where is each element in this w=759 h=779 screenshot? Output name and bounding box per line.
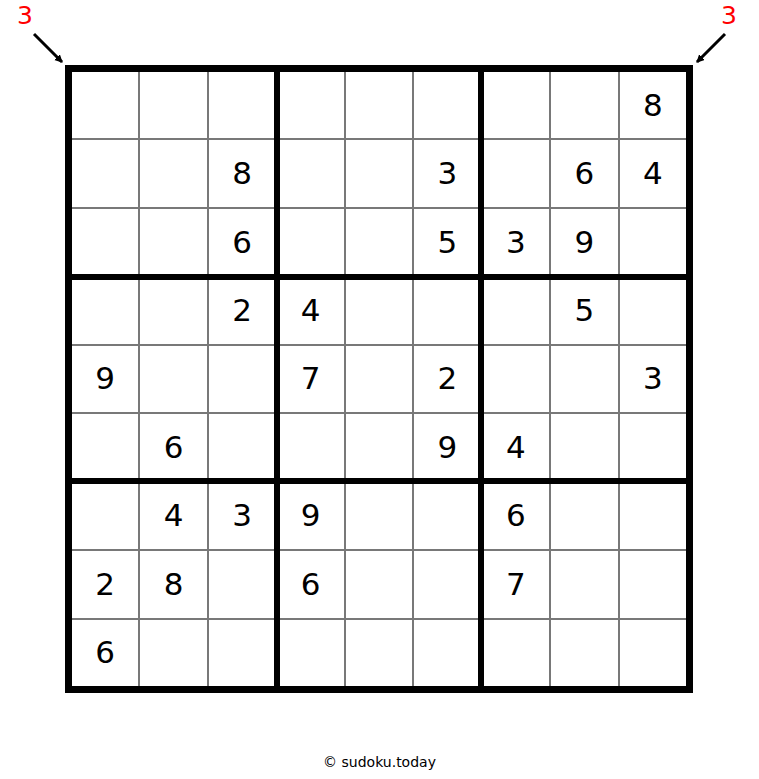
cell-r2c8[interactable]: 6 <box>551 140 617 206</box>
sudoku-grid: 8836465392459723694439628676 <box>72 72 686 686</box>
sudoku-page: 3 3 8836465392459723694439628676 © sudok… <box>0 0 759 779</box>
cell-r7c6[interactable] <box>414 483 480 549</box>
cell-r4c5[interactable] <box>346 277 412 343</box>
cell-r6c2[interactable]: 6 <box>140 414 206 480</box>
site-credit: © sudoku.today <box>0 754 759 770</box>
cell-r7c1[interactable] <box>72 483 138 549</box>
cell-r2c7[interactable] <box>483 140 549 206</box>
cell-r4c3[interactable]: 2 <box>209 277 275 343</box>
cell-r8c1[interactable]: 2 <box>72 551 138 617</box>
cell-r9c8[interactable] <box>551 620 617 686</box>
cell-r5c1[interactable]: 9 <box>72 346 138 412</box>
cell-r2c9[interactable]: 4 <box>620 140 686 206</box>
cell-r5c6[interactable]: 2 <box>414 346 480 412</box>
cell-r2c3[interactable]: 8 <box>209 140 275 206</box>
cell-r9c3[interactable] <box>209 620 275 686</box>
cell-r2c2[interactable] <box>140 140 206 206</box>
cell-r8c2[interactable]: 8 <box>140 551 206 617</box>
cell-r1c7[interactable] <box>483 72 549 138</box>
cell-r8c7[interactable]: 7 <box>483 551 549 617</box>
cell-r6c7[interactable]: 4 <box>483 414 549 480</box>
cell-r3c4[interactable] <box>277 209 343 275</box>
cell-r7c3[interactable]: 3 <box>209 483 275 549</box>
cell-r1c4[interactable] <box>277 72 343 138</box>
cell-r3c3[interactable]: 6 <box>209 209 275 275</box>
cell-r4c6[interactable] <box>414 277 480 343</box>
cell-r5c7[interactable] <box>483 346 549 412</box>
cell-r3c7[interactable]: 3 <box>483 209 549 275</box>
sudoku-board: 8836465392459723694439628676 <box>65 65 693 693</box>
cell-r5c8[interactable] <box>551 346 617 412</box>
cell-r9c6[interactable] <box>414 620 480 686</box>
cell-r3c6[interactable]: 5 <box>414 209 480 275</box>
cell-r2c1[interactable] <box>72 140 138 206</box>
cell-r6c5[interactable] <box>346 414 412 480</box>
cell-r8c8[interactable] <box>551 551 617 617</box>
cell-r3c8[interactable]: 9 <box>551 209 617 275</box>
cell-r1c5[interactable] <box>346 72 412 138</box>
cell-r2c4[interactable] <box>277 140 343 206</box>
cell-r2c5[interactable] <box>346 140 412 206</box>
cell-r7c2[interactable]: 4 <box>140 483 206 549</box>
cell-r5c4[interactable]: 7 <box>277 346 343 412</box>
cell-r1c6[interactable] <box>414 72 480 138</box>
cell-r6c1[interactable] <box>72 414 138 480</box>
cell-r1c3[interactable] <box>209 72 275 138</box>
cell-r8c9[interactable] <box>620 551 686 617</box>
cell-r9c5[interactable] <box>346 620 412 686</box>
cell-r9c7[interactable] <box>483 620 549 686</box>
cell-r8c6[interactable] <box>414 551 480 617</box>
cell-r9c1[interactable]: 6 <box>72 620 138 686</box>
cell-r8c3[interactable] <box>209 551 275 617</box>
cell-r5c2[interactable] <box>140 346 206 412</box>
cell-r1c2[interactable] <box>140 72 206 138</box>
cell-r3c2[interactable] <box>140 209 206 275</box>
cell-r4c9[interactable] <box>620 277 686 343</box>
cell-r4c7[interactable] <box>483 277 549 343</box>
cell-r7c8[interactable] <box>551 483 617 549</box>
cell-r6c8[interactable] <box>551 414 617 480</box>
cell-r6c6[interactable]: 9 <box>414 414 480 480</box>
cell-r4c8[interactable]: 5 <box>551 277 617 343</box>
cell-r6c3[interactable] <box>209 414 275 480</box>
cell-r4c2[interactable] <box>140 277 206 343</box>
cell-r5c5[interactable] <box>346 346 412 412</box>
cell-r9c9[interactable] <box>620 620 686 686</box>
cell-r9c2[interactable] <box>140 620 206 686</box>
cell-r8c5[interactable] <box>346 551 412 617</box>
cell-r2c6[interactable]: 3 <box>414 140 480 206</box>
cell-r7c9[interactable] <box>620 483 686 549</box>
cell-r5c3[interactable] <box>209 346 275 412</box>
top-right-arrow-icon <box>697 34 725 62</box>
cell-r1c1[interactable] <box>72 72 138 138</box>
cell-r1c8[interactable] <box>551 72 617 138</box>
cell-r7c5[interactable] <box>346 483 412 549</box>
top-left-arrow-icon <box>34 34 62 62</box>
cell-r8c4[interactable]: 6 <box>277 551 343 617</box>
clue-top-right: 3 <box>721 3 737 28</box>
cell-r6c4[interactable] <box>277 414 343 480</box>
cell-r9c4[interactable] <box>277 620 343 686</box>
cell-r7c7[interactable]: 6 <box>483 483 549 549</box>
cell-r5c9[interactable]: 3 <box>620 346 686 412</box>
cell-r3c1[interactable] <box>72 209 138 275</box>
cell-r3c5[interactable] <box>346 209 412 275</box>
cell-r4c1[interactable] <box>72 277 138 343</box>
cell-r1c9[interactable]: 8 <box>620 72 686 138</box>
clue-top-left: 3 <box>17 3 33 28</box>
cell-r6c9[interactable] <box>620 414 686 480</box>
cell-r4c4[interactable]: 4 <box>277 277 343 343</box>
cell-r3c9[interactable] <box>620 209 686 275</box>
cell-r7c4[interactable]: 9 <box>277 483 343 549</box>
